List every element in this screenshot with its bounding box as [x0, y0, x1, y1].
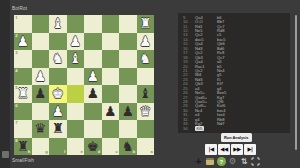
square-e2[interactable]: ♟: [67, 33, 85, 51]
step-forward-button[interactable]: ▶▶: [231, 144, 243, 156]
bottom-toolbar: + ? ⚙ ⇅: [194, 156, 260, 167]
black-bishop-piece[interactable]: ♝: [139, 85, 151, 103]
square-d2[interactable]: [84, 33, 102, 51]
square-b3[interactable]: [119, 50, 137, 68]
white-rook-piece[interactable]: ♜: [139, 15, 151, 33]
white-pawn-piece[interactable]: ♟: [17, 33, 29, 51]
square-e8[interactable]: e: [67, 138, 85, 156]
square-d1[interactable]: [84, 15, 102, 33]
square-c8[interactable]: c: [102, 138, 120, 156]
rank-label: 4: [15, 69, 17, 73]
rank-label: 8: [15, 139, 17, 143]
square-c1[interactable]: [102, 15, 120, 33]
square-e5[interactable]: [67, 85, 85, 103]
skip-to-end-button[interactable]: ▶|: [244, 144, 256, 156]
square-h3[interactable]: 3: [14, 50, 32, 68]
square-e4[interactable]: [67, 68, 85, 86]
square-h1[interactable]: 1: [14, 15, 32, 33]
square-f1[interactable]: ♝: [49, 15, 67, 33]
file-label: f: [64, 150, 65, 154]
square-b6[interactable]: ♟: [119, 103, 137, 121]
step-back-button[interactable]: ◀◀: [218, 144, 230, 156]
square-c6[interactable]: ♟: [102, 103, 120, 121]
square-c4[interactable]: [102, 68, 120, 86]
square-d3[interactable]: [84, 50, 102, 68]
rank-label: 6: [15, 104, 17, 108]
square-a5[interactable]: ♝: [137, 85, 155, 103]
file-label: a: [150, 150, 152, 154]
move-white[interactable]: Kf5: [195, 126, 204, 131]
square-h4[interactable]: 4: [14, 68, 32, 86]
square-e3[interactable]: ♝: [67, 50, 85, 68]
skip-to-start-button[interactable]: |◀: [205, 144, 217, 156]
square-a3[interactable]: ♞: [137, 50, 155, 68]
file-label: e: [80, 150, 82, 154]
black-pawn-piece[interactable]: ♟: [87, 85, 99, 103]
black-rook-piece[interactable]: ♜: [52, 120, 64, 138]
square-b8[interactable]: b♞: [119, 138, 137, 156]
white-queen-piece[interactable]: ♛: [139, 103, 151, 121]
move-list[interactable]: 9.Qa4b610.O-OBb711.Rd1Qc712.Ne5Rd813.Qc2…: [178, 13, 290, 133]
black-pawn-piece[interactable]: ♟: [122, 103, 134, 121]
square-a2[interactable]: ♟: [137, 33, 155, 51]
square-g8[interactable]: g: [32, 138, 50, 156]
square-g1[interactable]: [32, 15, 50, 33]
square-e7[interactable]: [67, 120, 85, 138]
rank-label: 2: [15, 34, 17, 38]
square-a1[interactable]: ♜: [137, 15, 155, 33]
app-window: BotRot 1♝♜2♟♟♟3♞♝♞4♟♟5♜♟♚♟♝6♟♟♟♛7♛♜8h♜gf…: [0, 0, 300, 168]
square-h8[interactable]: 8h♜: [14, 138, 32, 156]
rank-label: 7: [15, 121, 17, 125]
square-h2[interactable]: 2♟: [14, 33, 32, 51]
black-queen-piece[interactable]: ♛: [34, 120, 46, 138]
rank-label: 3: [15, 51, 17, 55]
white-knight-piece[interactable]: ♞: [139, 50, 151, 68]
plus-icon[interactable]: +: [194, 157, 203, 166]
square-a6[interactable]: ♛: [137, 103, 155, 121]
square-c2[interactable]: [102, 33, 120, 51]
settings-gear-icon[interactable]: ⚙: [228, 157, 237, 166]
square-h5[interactable]: 5♜: [14, 85, 32, 103]
white-bishop-piece[interactable]: ♝: [69, 50, 81, 68]
white-king-piece[interactable]: ♚: [52, 85, 64, 103]
square-e6[interactable]: [67, 103, 85, 121]
square-b4[interactable]: [119, 68, 137, 86]
square-f8[interactable]: f: [49, 138, 67, 156]
player-name-top: BotRot: [12, 6, 27, 11]
file-label: b: [133, 150, 136, 154]
move-number: 34.: [183, 126, 195, 131]
white-pawn-piece[interactable]: ♟: [69, 33, 81, 51]
rank-label: 1: [15, 16, 17, 20]
square-d4[interactable]: ♟: [84, 68, 102, 86]
square-a7[interactable]: [137, 120, 155, 138]
help-icon[interactable]: ?: [217, 157, 226, 166]
file-label: g: [45, 150, 48, 154]
square-f3[interactable]: ♞: [49, 50, 67, 68]
square-f6[interactable]: ♟: [49, 103, 67, 121]
black-pawn-piece[interactable]: ♟: [34, 85, 46, 103]
white-rook-piece[interactable]: ♜: [17, 85, 29, 103]
square-h6[interactable]: 6: [14, 103, 32, 121]
square-f7[interactable]: ♜: [49, 120, 67, 138]
white-pawn-piece[interactable]: ♟: [34, 68, 46, 86]
fullscreen-icon[interactable]: [251, 157, 260, 166]
square-g2[interactable]: [32, 33, 50, 51]
square-g4[interactable]: ♟: [32, 68, 50, 86]
square-b2[interactable]: [119, 33, 137, 51]
square-e1[interactable]: [67, 15, 85, 33]
chess-board: 1♝♜2♟♟♟3♞♝♞4♟♟5♜♟♚♟♝6♟♟♟♛7♛♜8h♜gfed♚cb♞a: [14, 15, 154, 155]
square-d8[interactable]: d♚: [84, 138, 102, 156]
move-black[interactable]: Nd7: [217, 121, 239, 126]
white-pawn-piece[interactable]: ♟: [52, 103, 64, 121]
square-g3[interactable]: [32, 50, 50, 68]
square-f5[interactable]: ♚: [49, 85, 67, 103]
square-h7[interactable]: 7: [14, 120, 32, 138]
run-analysis-button[interactable]: Run Analysis: [221, 133, 252, 142]
square-c5[interactable]: [102, 85, 120, 103]
sidebar-icon[interactable]: [2, 151, 9, 158]
square-a8[interactable]: a: [137, 138, 155, 156]
player-name-bottom: SmallFish: [12, 158, 34, 163]
square-g6[interactable]: [32, 103, 50, 121]
square-f2[interactable]: [49, 33, 67, 51]
white-bishop-piece[interactable]: ♝: [52, 15, 64, 33]
setup-board-icon[interactable]: [206, 157, 215, 166]
move-row: 34.Kf5: [183, 126, 290, 130]
scrollbar[interactable]: [295, 15, 297, 150]
square-b7[interactable]: [119, 120, 137, 138]
square-d5[interactable]: ♟: [84, 85, 102, 103]
square-b5[interactable]: [119, 85, 137, 103]
playback-controls: |◀◀◀▶▶▶|: [205, 144, 256, 156]
file-label: h: [28, 150, 31, 154]
square-d6[interactable]: [84, 103, 102, 121]
rank-label: 5: [15, 86, 17, 90]
square-c3[interactable]: [102, 50, 120, 68]
square-f4[interactable]: [49, 68, 67, 86]
square-d7[interactable]: [84, 120, 102, 138]
square-c7[interactable]: [102, 120, 120, 138]
square-g5[interactable]: ♟: [32, 85, 50, 103]
white-knight-piece[interactable]: ♞: [52, 50, 64, 68]
file-label: c: [115, 150, 117, 154]
file-label: d: [98, 150, 101, 154]
white-pawn-piece[interactable]: ♟: [87, 68, 99, 86]
square-a4[interactable]: [137, 68, 155, 86]
flip-board-icon[interactable]: ⇅: [240, 157, 249, 166]
square-g7[interactable]: ♛: [32, 120, 50, 138]
black-pawn-piece[interactable]: ♟: [104, 103, 116, 121]
white-pawn-piece[interactable]: ♟: [139, 33, 151, 51]
left-sidebar: [0, 0, 10, 168]
square-b1[interactable]: [119, 15, 137, 33]
